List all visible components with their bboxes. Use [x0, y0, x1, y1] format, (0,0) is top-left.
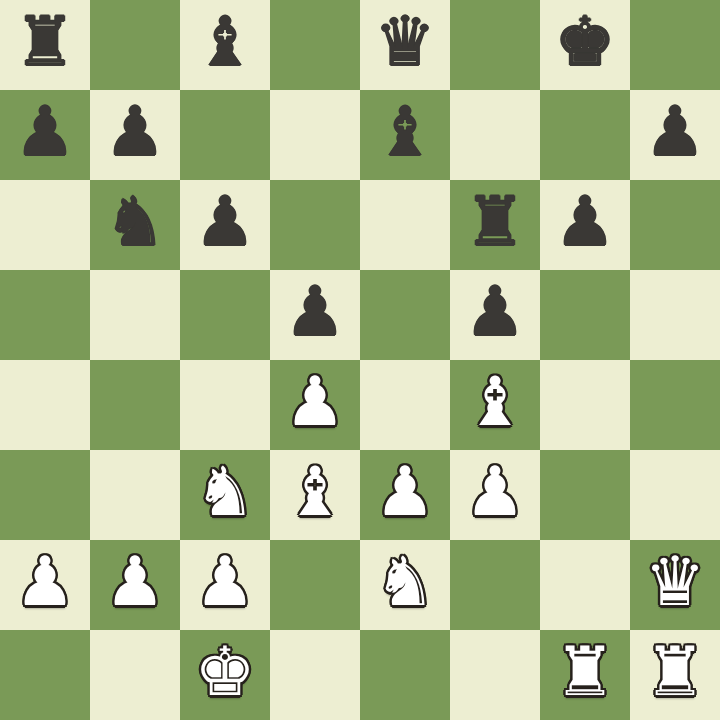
square-a6[interactable] [0, 180, 90, 270]
square-c8[interactable]: ♝ [180, 0, 270, 90]
square-f6[interactable]: ♜ [450, 180, 540, 270]
square-a7[interactable]: ♟ [0, 90, 90, 180]
square-f7[interactable] [450, 90, 540, 180]
square-d3[interactable]: ♝ [270, 450, 360, 540]
square-c7[interactable] [180, 90, 270, 180]
square-d5[interactable]: ♟ [270, 270, 360, 360]
square-f8[interactable] [450, 0, 540, 90]
square-c4[interactable] [180, 360, 270, 450]
piece-white-king[interactable]: ♚ [195, 627, 256, 717]
square-e4[interactable] [360, 360, 450, 450]
piece-white-pawn[interactable]: ♟ [375, 447, 436, 537]
square-b3[interactable] [90, 450, 180, 540]
piece-white-pawn[interactable]: ♟ [465, 447, 526, 537]
square-g3[interactable] [540, 450, 630, 540]
square-d6[interactable] [270, 180, 360, 270]
piece-black-rook[interactable]: ♜ [465, 177, 526, 267]
piece-black-pawn[interactable]: ♟ [645, 87, 706, 177]
square-a5[interactable] [0, 270, 90, 360]
square-b6[interactable]: ♞ [90, 180, 180, 270]
square-d2[interactable] [270, 540, 360, 630]
piece-black-pawn[interactable]: ♟ [555, 177, 616, 267]
square-b1[interactable] [90, 630, 180, 720]
square-c2[interactable]: ♟ [180, 540, 270, 630]
square-h1[interactable]: ♜ [630, 630, 720, 720]
square-b4[interactable] [90, 360, 180, 450]
square-c3[interactable]: ♞ [180, 450, 270, 540]
piece-black-bishop[interactable]: ♝ [195, 0, 256, 87]
square-g4[interactable] [540, 360, 630, 450]
square-b2[interactable]: ♟ [90, 540, 180, 630]
square-b5[interactable] [90, 270, 180, 360]
chess-board: ♜♝♛♚♟♟♝♟♞♟♜♟♟♟♟♝♞♝♟♟♟♟♟♞♛♚♜♜ [0, 0, 720, 720]
piece-black-pawn[interactable]: ♟ [465, 267, 526, 357]
piece-white-pawn[interactable]: ♟ [195, 537, 256, 627]
square-e6[interactable] [360, 180, 450, 270]
piece-white-queen[interactable]: ♛ [645, 537, 706, 627]
square-h2[interactable]: ♛ [630, 540, 720, 630]
square-g1[interactable]: ♜ [540, 630, 630, 720]
piece-white-knight[interactable]: ♞ [195, 447, 256, 537]
piece-white-rook[interactable]: ♜ [555, 627, 616, 717]
square-e5[interactable] [360, 270, 450, 360]
square-g8[interactable]: ♚ [540, 0, 630, 90]
square-b8[interactable] [90, 0, 180, 90]
piece-black-king[interactable]: ♚ [555, 0, 616, 87]
square-g2[interactable] [540, 540, 630, 630]
square-a3[interactable] [0, 450, 90, 540]
square-b7[interactable]: ♟ [90, 90, 180, 180]
piece-white-pawn[interactable]: ♟ [105, 537, 166, 627]
piece-black-queen[interactable]: ♛ [375, 0, 436, 87]
square-c5[interactable] [180, 270, 270, 360]
square-h7[interactable]: ♟ [630, 90, 720, 180]
piece-black-knight[interactable]: ♞ [105, 177, 166, 267]
piece-black-pawn[interactable]: ♟ [195, 177, 256, 267]
piece-white-pawn[interactable]: ♟ [15, 537, 76, 627]
square-f2[interactable] [450, 540, 540, 630]
square-h3[interactable] [630, 450, 720, 540]
square-h5[interactable] [630, 270, 720, 360]
square-e3[interactable]: ♟ [360, 450, 450, 540]
piece-black-pawn[interactable]: ♟ [285, 267, 346, 357]
square-d8[interactable] [270, 0, 360, 90]
square-a8[interactable]: ♜ [0, 0, 90, 90]
square-h6[interactable] [630, 180, 720, 270]
piece-white-rook[interactable]: ♜ [645, 627, 706, 717]
square-g6[interactable]: ♟ [540, 180, 630, 270]
square-a1[interactable] [0, 630, 90, 720]
piece-white-knight[interactable]: ♞ [375, 537, 436, 627]
square-h8[interactable] [630, 0, 720, 90]
square-e1[interactable] [360, 630, 450, 720]
piece-white-pawn[interactable]: ♟ [285, 357, 346, 447]
square-h4[interactable] [630, 360, 720, 450]
piece-white-bishop[interactable]: ♝ [465, 357, 526, 447]
piece-black-rook[interactable]: ♜ [15, 0, 76, 87]
square-f5[interactable]: ♟ [450, 270, 540, 360]
square-e2[interactable]: ♞ [360, 540, 450, 630]
square-d4[interactable]: ♟ [270, 360, 360, 450]
square-f4[interactable]: ♝ [450, 360, 540, 450]
piece-white-bishop[interactable]: ♝ [285, 447, 346, 537]
square-a2[interactable]: ♟ [0, 540, 90, 630]
square-f3[interactable]: ♟ [450, 450, 540, 540]
square-d1[interactable] [270, 630, 360, 720]
square-e7[interactable]: ♝ [360, 90, 450, 180]
piece-black-bishop[interactable]: ♝ [375, 87, 436, 177]
square-c1[interactable]: ♚ [180, 630, 270, 720]
square-a4[interactable] [0, 360, 90, 450]
square-e8[interactable]: ♛ [360, 0, 450, 90]
square-g5[interactable] [540, 270, 630, 360]
piece-black-pawn[interactable]: ♟ [105, 87, 166, 177]
square-d7[interactable] [270, 90, 360, 180]
square-g7[interactable] [540, 90, 630, 180]
square-f1[interactable] [450, 630, 540, 720]
square-c6[interactable]: ♟ [180, 180, 270, 270]
piece-black-pawn[interactable]: ♟ [15, 87, 76, 177]
